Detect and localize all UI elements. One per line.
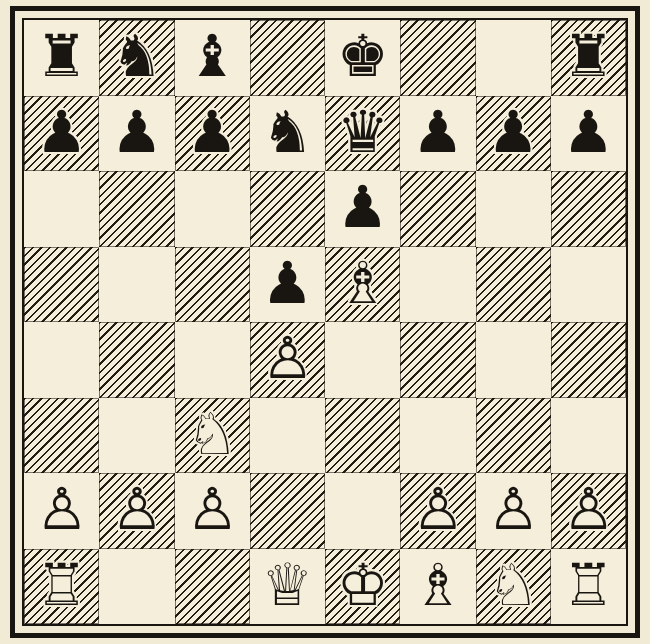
white-pawn-a2: ♟♙ bbox=[24, 473, 99, 549]
square-h3 bbox=[551, 398, 626, 474]
piece-outline: ♙ bbox=[99, 473, 174, 549]
square-f1: ♝♗ bbox=[400, 549, 475, 625]
square-b2: ♟♙ bbox=[99, 473, 174, 549]
square-f7: ♟ bbox=[400, 96, 475, 172]
square-f2: ♟♙ bbox=[400, 473, 475, 549]
book-page: ♜♞♝♚♜♟♟♟♞♛♟♟♟♟♟♝♗♟♙♞♘♟♙♟♙♟♙♟♙♟♙♟♙♜♖♛♕♚♔♝… bbox=[0, 0, 650, 644]
piece-outline: ♖ bbox=[24, 549, 99, 625]
square-d4: ♟♙ bbox=[250, 322, 325, 398]
square-d2 bbox=[250, 473, 325, 549]
square-e8: ♚ bbox=[325, 20, 400, 96]
square-b1 bbox=[99, 549, 174, 625]
white-pawn-d4: ♟♙ bbox=[250, 322, 325, 398]
square-c8: ♝ bbox=[175, 20, 250, 96]
black-queen-e7: ♛ bbox=[325, 96, 400, 172]
black-pawn-g7: ♟ bbox=[476, 96, 551, 172]
square-a2: ♟♙ bbox=[24, 473, 99, 549]
square-g7: ♟ bbox=[476, 96, 551, 172]
white-bishop-e5: ♝♗ bbox=[325, 247, 400, 323]
white-pawn-b2: ♟♙ bbox=[99, 473, 174, 549]
piece-outline: ♔ bbox=[325, 549, 400, 625]
square-a5 bbox=[24, 247, 99, 323]
white-pawn-c2: ♟♙ bbox=[175, 473, 250, 549]
black-pawn-a7: ♟ bbox=[24, 96, 99, 172]
square-g5 bbox=[476, 247, 551, 323]
piece-outline: ♖ bbox=[551, 549, 626, 625]
white-knight-g1: ♞♘ bbox=[476, 549, 551, 625]
black-knight-d7: ♞ bbox=[250, 96, 325, 172]
piece-outline: ♘ bbox=[476, 549, 551, 625]
square-e5: ♝♗ bbox=[325, 247, 400, 323]
square-h8: ♜ bbox=[551, 20, 626, 96]
square-g3 bbox=[476, 398, 551, 474]
white-knight-c3: ♞♘ bbox=[175, 398, 250, 474]
piece-outline: ♙ bbox=[250, 322, 325, 398]
black-bishop-c8: ♝ bbox=[175, 20, 250, 96]
white-pawn-f2: ♟♙ bbox=[400, 473, 475, 549]
piece-outline: ♗ bbox=[325, 247, 400, 323]
piece-outline: ♙ bbox=[175, 473, 250, 549]
square-e3 bbox=[325, 398, 400, 474]
square-a7: ♟ bbox=[24, 96, 99, 172]
square-c7: ♟ bbox=[175, 96, 250, 172]
square-g4 bbox=[476, 322, 551, 398]
piece-outline: ♕ bbox=[250, 549, 325, 625]
piece-outline: ♙ bbox=[476, 473, 551, 549]
white-rook-h1: ♜♖ bbox=[551, 549, 626, 625]
square-d7: ♞ bbox=[250, 96, 325, 172]
square-c2: ♟♙ bbox=[175, 473, 250, 549]
square-c1 bbox=[175, 549, 250, 625]
square-c6 bbox=[175, 171, 250, 247]
square-g1: ♞♘ bbox=[476, 549, 551, 625]
square-b7: ♟ bbox=[99, 96, 174, 172]
square-h7: ♟ bbox=[551, 96, 626, 172]
chess-board: ♜♞♝♚♜♟♟♟♞♛♟♟♟♟♟♝♗♟♙♞♘♟♙♟♙♟♙♟♙♟♙♟♙♜♖♛♕♚♔♝… bbox=[24, 20, 626, 624]
square-b4 bbox=[99, 322, 174, 398]
square-a4 bbox=[24, 322, 99, 398]
square-d5: ♟ bbox=[250, 247, 325, 323]
square-g2: ♟♙ bbox=[476, 473, 551, 549]
square-f8 bbox=[400, 20, 475, 96]
piece-outline: ♗ bbox=[400, 549, 475, 625]
black-pawn-f7: ♟ bbox=[400, 96, 475, 172]
square-h1: ♜♖ bbox=[551, 549, 626, 625]
black-king-e8: ♚ bbox=[325, 20, 400, 96]
square-b5 bbox=[99, 247, 174, 323]
square-a6 bbox=[24, 171, 99, 247]
black-pawn-h7: ♟ bbox=[551, 96, 626, 172]
square-e4 bbox=[325, 322, 400, 398]
square-b3 bbox=[99, 398, 174, 474]
square-g6 bbox=[476, 171, 551, 247]
piece-outline: ♙ bbox=[551, 473, 626, 549]
white-rook-a1: ♜♖ bbox=[24, 549, 99, 625]
white-bishop-f1: ♝♗ bbox=[400, 549, 475, 625]
square-e1: ♚♔ bbox=[325, 549, 400, 625]
square-a8: ♜ bbox=[24, 20, 99, 96]
square-h5 bbox=[551, 247, 626, 323]
white-king-e1: ♚♔ bbox=[325, 549, 400, 625]
square-f3 bbox=[400, 398, 475, 474]
white-pawn-h2: ♟♙ bbox=[551, 473, 626, 549]
black-pawn-e6: ♟ bbox=[325, 171, 400, 247]
black-rook-h8: ♜ bbox=[551, 20, 626, 96]
square-c3: ♞♘ bbox=[175, 398, 250, 474]
square-d3 bbox=[250, 398, 325, 474]
square-b8: ♞ bbox=[99, 20, 174, 96]
piece-outline: ♙ bbox=[24, 473, 99, 549]
square-c5 bbox=[175, 247, 250, 323]
square-h2: ♟♙ bbox=[551, 473, 626, 549]
white-pawn-g2: ♟♙ bbox=[476, 473, 551, 549]
square-b6 bbox=[99, 171, 174, 247]
square-g8 bbox=[476, 20, 551, 96]
piece-outline: ♘ bbox=[175, 398, 250, 474]
black-pawn-d5: ♟ bbox=[250, 247, 325, 323]
square-f4 bbox=[400, 322, 475, 398]
black-rook-a8: ♜ bbox=[24, 20, 99, 96]
black-pawn-b7: ♟ bbox=[99, 96, 174, 172]
square-e2 bbox=[325, 473, 400, 549]
board-outer-frame: ♜♞♝♚♜♟♟♟♞♛♟♟♟♟♟♝♗♟♙♞♘♟♙♟♙♟♙♟♙♟♙♟♙♜♖♛♕♚♔♝… bbox=[10, 6, 640, 638]
white-queen-d1: ♛♕ bbox=[250, 549, 325, 625]
square-f5 bbox=[400, 247, 475, 323]
square-d6 bbox=[250, 171, 325, 247]
square-a3 bbox=[24, 398, 99, 474]
square-d1: ♛♕ bbox=[250, 549, 325, 625]
square-e7: ♛ bbox=[325, 96, 400, 172]
square-c4 bbox=[175, 322, 250, 398]
board-inner-frame: ♜♞♝♚♜♟♟♟♞♛♟♟♟♟♟♝♗♟♙♞♘♟♙♟♙♟♙♟♙♟♙♟♙♜♖♛♕♚♔♝… bbox=[22, 18, 628, 626]
square-e6: ♟ bbox=[325, 171, 400, 247]
square-f6 bbox=[400, 171, 475, 247]
square-a1: ♜♖ bbox=[24, 549, 99, 625]
square-d8 bbox=[250, 20, 325, 96]
black-pawn-c7: ♟ bbox=[175, 96, 250, 172]
piece-outline: ♙ bbox=[400, 473, 475, 549]
square-h4 bbox=[551, 322, 626, 398]
black-knight-b8: ♞ bbox=[99, 20, 174, 96]
square-h6 bbox=[551, 171, 626, 247]
